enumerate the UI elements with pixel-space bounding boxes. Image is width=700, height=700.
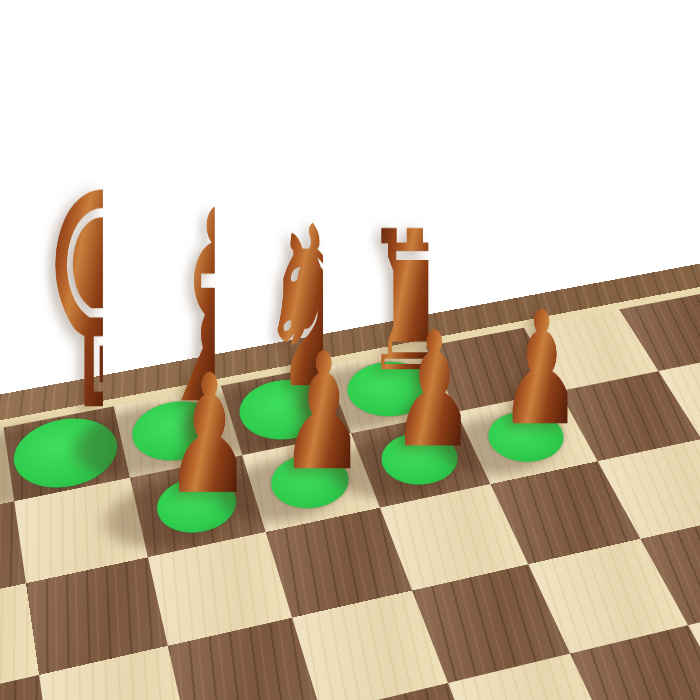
product-photo-scene: ♚♝♞♜♟♟♟♟ (0, 0, 700, 700)
king-piece: ♚ (33, 89, 103, 463)
board-frame: ♚♝♞♜♟♟♟♟ (0, 257, 700, 700)
board-inlay-border: ♚♝♞♜♟♟♟♟ (0, 284, 700, 700)
board-grid: ♚♝♞♜♟♟♟♟ (0, 292, 700, 700)
chessboard: ♚♝♞♜♟♟♟♟ (0, 257, 700, 700)
square-e5 (412, 564, 570, 683)
knight-piece: ♞ (255, 197, 323, 420)
